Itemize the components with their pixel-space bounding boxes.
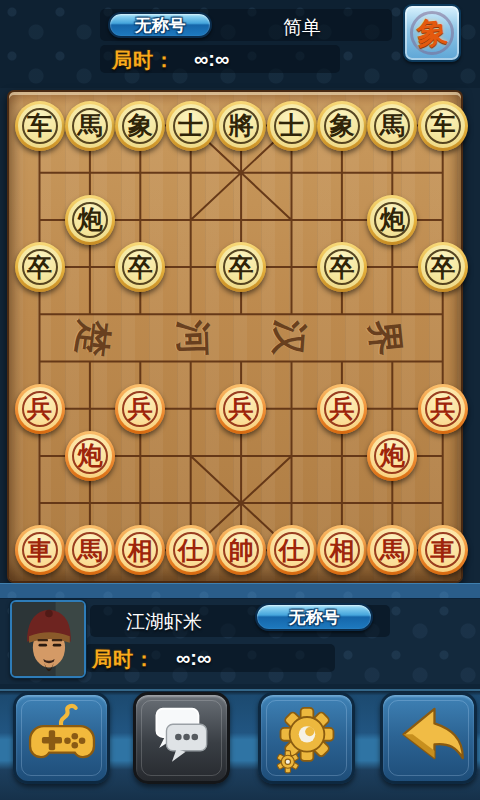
piece-black-馬[interactable]: 馬: [65, 101, 115, 151]
piece-red-仕[interactable]: 仕: [267, 525, 317, 575]
piece-black-士[interactable]: 士: [166, 101, 216, 151]
chat-button[interactable]: [133, 692, 230, 784]
elephant-character-icon: 象: [415, 11, 449, 55]
piece-char: 士: [178, 113, 203, 138]
piece-black-炮[interactable]: 炮: [367, 195, 417, 245]
piece-char: 相: [329, 538, 354, 563]
piece-black-车[interactable]: 车: [15, 101, 65, 151]
piece-char: 卒: [229, 255, 254, 280]
piece-char: 象: [128, 113, 153, 138]
board[interactable]: 楚河汉界 车馬象士將士象馬车炮炮卒卒卒卒卒兵兵兵兵兵炮炮車馬相仕帥仕相馬車: [7, 90, 463, 583]
piece-red-兵[interactable]: 兵: [216, 384, 266, 434]
piece-red-相[interactable]: 相: [317, 525, 367, 575]
piece-ring: 士: [274, 108, 310, 144]
piece-ring: 仕: [173, 532, 209, 568]
piece-red-車[interactable]: 車: [15, 525, 65, 575]
settings-button[interactable]: [258, 692, 355, 784]
chat-icon: [138, 696, 226, 780]
piece-char: 车: [27, 113, 52, 138]
piece-char: 炮: [77, 443, 102, 468]
piece-black-將[interactable]: 將: [216, 101, 266, 151]
piece-black-卒[interactable]: 卒: [418, 242, 468, 292]
river-char-界: 界: [361, 314, 409, 362]
player-title-badge[interactable]: 无称号: [255, 603, 373, 631]
piece-char: 象: [329, 113, 354, 138]
piece-char: 士: [279, 113, 304, 138]
piece-char: 車: [430, 538, 455, 563]
piece-ring: 卒: [324, 249, 360, 285]
piece-ring: 兵: [425, 391, 461, 427]
piece-ring: 仕: [274, 532, 310, 568]
piece-red-馬[interactable]: 馬: [65, 525, 115, 575]
piece-char: 兵: [430, 396, 455, 421]
piece-char: 卒: [128, 255, 153, 280]
piece-char: 仕: [178, 538, 203, 563]
piece-ring: 象: [122, 108, 158, 144]
back-button[interactable]: [380, 692, 477, 784]
piece-char: 炮: [380, 443, 405, 468]
piece-char: 兵: [27, 396, 52, 421]
piece-char: 卒: [27, 255, 52, 280]
piece-ring: 將: [223, 108, 259, 144]
piece-black-车[interactable]: 车: [418, 101, 468, 151]
piece-black-炮[interactable]: 炮: [65, 195, 115, 245]
piece-char: 卒: [329, 255, 354, 280]
river-char-楚: 楚: [68, 313, 117, 362]
piece-char: 兵: [128, 396, 153, 421]
river-char-河: 河: [170, 315, 216, 361]
piece-black-象[interactable]: 象: [317, 101, 367, 151]
piece-char: 馬: [380, 538, 405, 563]
gamepad-icon: [18, 696, 106, 780]
player-name: 江湖虾米: [126, 609, 202, 635]
piece-ring: 馬: [72, 108, 108, 144]
top-bar: 无称号 简单 局时： ∞:∞ 象: [0, 0, 480, 88]
piece-ring: 馬: [374, 108, 410, 144]
game-screen: 无称号 简单 局时： ∞:∞ 象 楚河汉界 车馬象士將士象馬车炮炮卒卒卒卒卒兵兵…: [0, 0, 480, 800]
player-time-value: ∞:∞: [176, 647, 211, 670]
piece-red-兵[interactable]: 兵: [418, 384, 468, 434]
piece-ring: 兵: [22, 391, 58, 427]
piece-ring: 兵: [122, 391, 158, 427]
new-game-button[interactable]: [13, 692, 110, 784]
piece-red-車[interactable]: 車: [418, 525, 468, 575]
piece-ring: 炮: [72, 438, 108, 474]
piece-ring: 馬: [72, 532, 108, 568]
piece-black-馬[interactable]: 馬: [367, 101, 417, 151]
piece-black-士[interactable]: 士: [267, 101, 317, 151]
piece-ring: 炮: [374, 438, 410, 474]
bottom-toolbar: 99安卓 99anzhuo.com: [0, 684, 480, 800]
back-arrow-icon: [385, 696, 473, 780]
piece-char: 馬: [380, 113, 405, 138]
river-char-汉: 汉: [266, 315, 313, 362]
piece-red-炮[interactable]: 炮: [367, 431, 417, 481]
piece-ring: 卒: [425, 249, 461, 285]
difficulty-label: 简单: [283, 15, 321, 41]
opponent-avatar[interactable]: 象: [403, 4, 461, 62]
piece-char: 炮: [77, 207, 102, 232]
piece-red-仕[interactable]: 仕: [166, 525, 216, 575]
piece-red-炮[interactable]: 炮: [65, 431, 115, 481]
divider-strip: [0, 583, 480, 599]
piece-char: 將: [229, 113, 254, 138]
piece-red-兵[interactable]: 兵: [15, 384, 65, 434]
piece-char: 相: [128, 538, 153, 563]
piece-black-象[interactable]: 象: [115, 101, 165, 151]
piece-red-兵[interactable]: 兵: [115, 384, 165, 434]
piece-char: 仕: [279, 538, 304, 563]
piece-ring: 車: [425, 532, 461, 568]
piece-char: 車: [27, 538, 52, 563]
piece-char: 馬: [77, 113, 102, 138]
piece-ring: 士: [173, 108, 209, 144]
piece-ring: 车: [425, 108, 461, 144]
piece-ring: 车: [22, 108, 58, 144]
piece-red-兵[interactable]: 兵: [317, 384, 367, 434]
player-time-label: 局时：: [92, 646, 155, 673]
piece-black-卒[interactable]: 卒: [317, 242, 367, 292]
opponent-time-label: 局时：: [112, 47, 175, 74]
player-avatar[interactable]: [10, 600, 86, 678]
piece-ring: 象: [324, 108, 360, 144]
piece-char: 兵: [329, 396, 354, 421]
piece-ring: 卒: [22, 249, 58, 285]
piece-char: 馬: [77, 538, 102, 563]
piece-ring: 卒: [223, 249, 259, 285]
piece-ring: 炮: [374, 202, 410, 238]
piece-ring: 相: [324, 532, 360, 568]
piece-ring: 炮: [72, 202, 108, 238]
piece-ring: 車: [22, 532, 58, 568]
opponent-title-badge[interactable]: 无称号: [108, 12, 212, 38]
player-bar: 江湖虾米 无称号 局时： ∞:∞: [0, 599, 480, 684]
opponent-time-value: ∞:∞: [194, 48, 229, 71]
gear-icon: [263, 696, 351, 780]
piece-black-卒[interactable]: 卒: [15, 242, 65, 292]
piece-ring: 兵: [223, 391, 259, 427]
piece-char: 卒: [430, 255, 455, 280]
player-portrait: [12, 602, 84, 676]
piece-char: 兵: [229, 396, 254, 421]
piece-black-卒[interactable]: 卒: [216, 242, 266, 292]
piece-char: 车: [430, 113, 455, 138]
piece-char: 帥: [229, 538, 254, 563]
piece-ring: 兵: [324, 391, 360, 427]
piece-char: 炮: [380, 207, 405, 232]
